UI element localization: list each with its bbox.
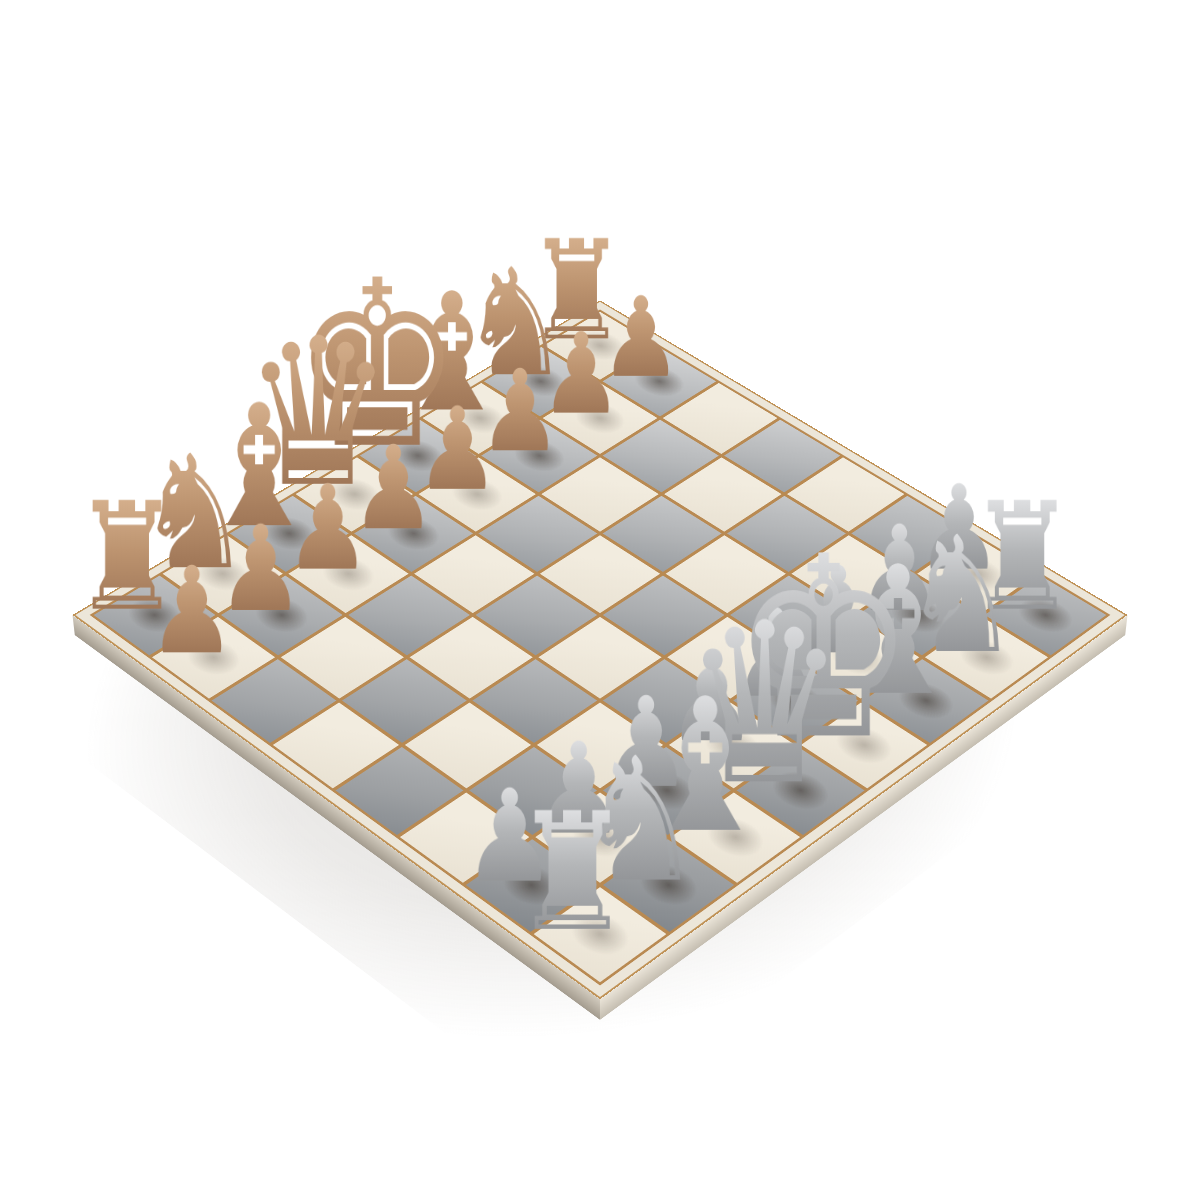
- wood-pawn-glyph: ♟: [58, 551, 325, 671]
- scene: ♜♞♝♛♚♝♞♜♟♟♟♟♟♟♟♟♟♟♟♟♟♟♟♟♜♞♝♛♚♝♞♜: [0, 0, 1200, 1200]
- chess-board: ♜♞♝♛♚♝♞♜♟♟♟♟♟♟♟♟♟♟♟♟♟♟♟♟♜♞♝♛♚♝♞♜: [72, 300, 1127, 999]
- product-photo-canvas: { "game": "chess", "scene": { "descripti…: [0, 0, 1200, 1200]
- silver-rook-glyph: ♜: [428, 791, 716, 953]
